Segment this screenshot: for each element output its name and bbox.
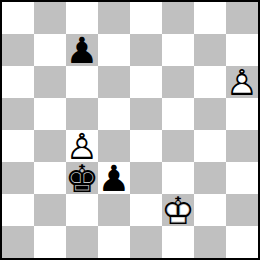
square-h6[interactable]: ♟♙	[226, 66, 258, 98]
square-a7[interactable]	[2, 34, 34, 66]
square-a5[interactable]	[2, 98, 34, 130]
square-e8[interactable]	[130, 2, 162, 34]
square-a8[interactable]	[2, 2, 34, 34]
white-king-icon: ♔	[162, 195, 194, 227]
square-h3[interactable]	[226, 162, 258, 194]
piece-black-pawn: ♟	[66, 34, 98, 66]
square-f5[interactable]	[162, 98, 194, 130]
square-c7[interactable]: ♟	[66, 34, 98, 66]
square-h5[interactable]	[226, 98, 258, 130]
square-c4[interactable]: ♟♙	[66, 130, 98, 162]
white-pawn-fill-glyph: ♟	[66, 131, 98, 163]
square-g6[interactable]	[194, 66, 226, 98]
square-b5[interactable]	[34, 98, 66, 130]
square-g2[interactable]	[194, 194, 226, 226]
square-c6[interactable]	[66, 66, 98, 98]
piece-white-pawn: ♟♙	[226, 66, 258, 98]
square-a1[interactable]	[2, 226, 34, 258]
square-d1[interactable]	[98, 226, 130, 258]
square-g5[interactable]	[194, 98, 226, 130]
square-f1[interactable]	[162, 226, 194, 258]
square-d5[interactable]	[98, 98, 130, 130]
square-e1[interactable]	[130, 226, 162, 258]
chess-board: ♟♟♙♟♙♚♟♚♔	[2, 2, 258, 258]
square-f8[interactable]	[162, 2, 194, 34]
square-f6[interactable]	[162, 66, 194, 98]
square-c3[interactable]: ♚	[66, 162, 98, 194]
square-b6[interactable]	[34, 66, 66, 98]
square-e4[interactable]	[130, 130, 162, 162]
black-king-icon: ♚	[66, 163, 98, 195]
square-g1[interactable]	[194, 226, 226, 258]
square-h2[interactable]	[226, 194, 258, 226]
square-f7[interactable]	[162, 34, 194, 66]
square-f2[interactable]: ♚♔	[162, 194, 194, 226]
black-pawn-icon: ♟	[66, 35, 98, 67]
white-pawn-icon: ♙	[226, 67, 258, 99]
square-a4[interactable]	[2, 130, 34, 162]
black-pawn-icon: ♟	[98, 163, 130, 195]
square-a6[interactable]	[2, 66, 34, 98]
square-b3[interactable]	[34, 162, 66, 194]
square-g4[interactable]	[194, 130, 226, 162]
square-b1[interactable]	[34, 226, 66, 258]
square-d3[interactable]: ♟	[98, 162, 130, 194]
square-g8[interactable]	[194, 2, 226, 34]
square-b7[interactable]	[34, 34, 66, 66]
square-a3[interactable]	[2, 162, 34, 194]
square-e3[interactable]	[130, 162, 162, 194]
square-c8[interactable]	[66, 2, 98, 34]
square-e7[interactable]	[130, 34, 162, 66]
square-d7[interactable]	[98, 34, 130, 66]
square-g3[interactable]	[194, 162, 226, 194]
white-king-fill-glyph: ♚	[162, 195, 194, 227]
square-a2[interactable]	[2, 194, 34, 226]
white-pawn-icon: ♙	[66, 131, 98, 163]
square-b2[interactable]	[34, 194, 66, 226]
square-e6[interactable]	[130, 66, 162, 98]
piece-black-king: ♚	[66, 162, 98, 194]
square-d2[interactable]	[98, 194, 130, 226]
square-b8[interactable]	[34, 2, 66, 34]
square-f4[interactable]	[162, 130, 194, 162]
square-e5[interactable]	[130, 98, 162, 130]
white-pawn-fill-glyph: ♟	[226, 67, 258, 99]
square-h7[interactable]	[226, 34, 258, 66]
square-d4[interactable]	[98, 130, 130, 162]
piece-white-pawn: ♟♙	[66, 130, 98, 162]
square-b4[interactable]	[34, 130, 66, 162]
square-g7[interactable]	[194, 34, 226, 66]
square-e2[interactable]	[130, 194, 162, 226]
square-d6[interactable]	[98, 66, 130, 98]
piece-black-pawn: ♟	[98, 162, 130, 194]
square-c1[interactable]	[66, 226, 98, 258]
square-h4[interactable]	[226, 130, 258, 162]
square-h1[interactable]	[226, 226, 258, 258]
piece-white-king: ♚♔	[162, 194, 194, 226]
square-f3[interactable]	[162, 162, 194, 194]
square-h8[interactable]	[226, 2, 258, 34]
chess-diagram-frame: ♟♟♙♟♙♚♟♚♔	[0, 0, 260, 260]
square-c5[interactable]	[66, 98, 98, 130]
square-d8[interactable]	[98, 2, 130, 34]
square-c2[interactable]	[66, 194, 98, 226]
